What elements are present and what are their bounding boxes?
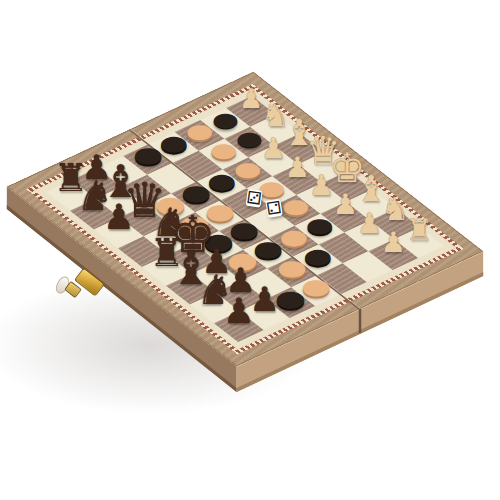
product-photo: ♜♞♟♜♝♞♟♟♝♛♞♚♟♟♟●●●●●●●●●●●●●●●●●●●●●●●●♟… — [0, 0, 500, 500]
